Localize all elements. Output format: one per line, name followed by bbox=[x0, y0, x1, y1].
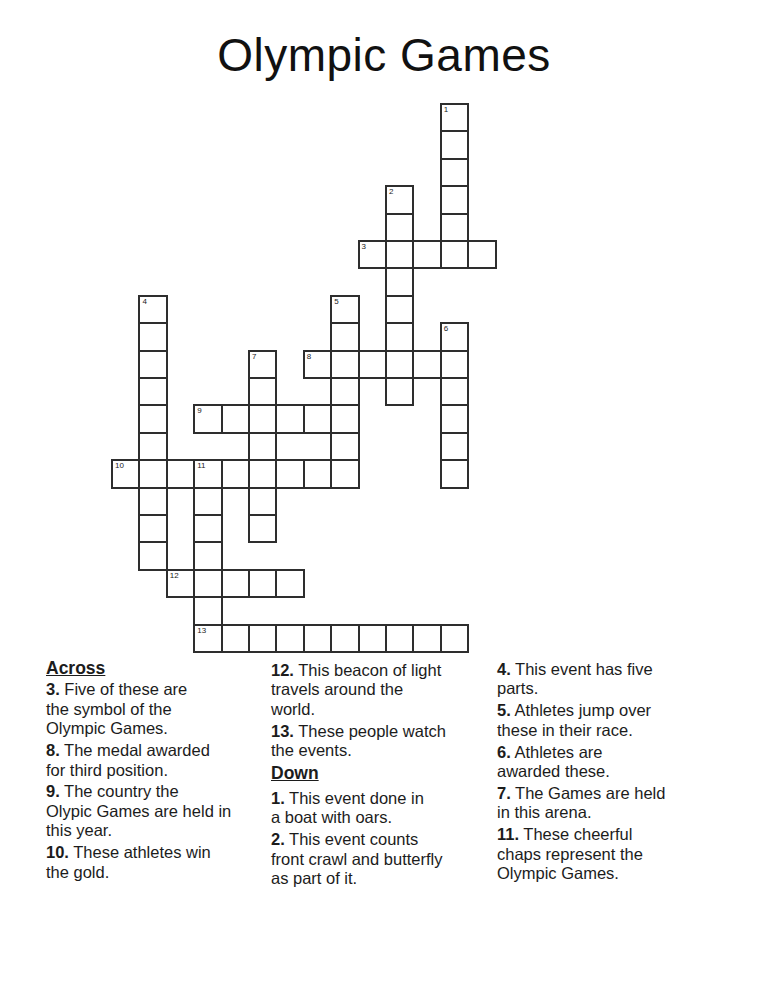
grid-cell-r4c10[interactable] bbox=[385, 213, 414, 242]
down-header: Down bbox=[271, 764, 521, 783]
cell-number-10: 10 bbox=[115, 461, 124, 470]
grid-cell-r7c1[interactable]: 4 bbox=[138, 295, 167, 324]
grid-cell-r2c12[interactable] bbox=[440, 158, 469, 187]
grid-cell-r3c12[interactable] bbox=[440, 185, 469, 214]
grid-cell-r9c10[interactable] bbox=[385, 350, 414, 379]
clue-down-7-number: 7. bbox=[497, 784, 511, 802]
grid-cell-r3c10[interactable]: 2 bbox=[385, 185, 414, 214]
grid-cell-r11c1[interactable] bbox=[138, 404, 167, 433]
clue-down-11: 11. These cheerful chaps represent the O… bbox=[497, 825, 747, 883]
grid-cell-r0c12[interactable]: 1 bbox=[440, 103, 469, 132]
grid-cell-r15c3[interactable] bbox=[193, 514, 222, 543]
grid-cell-r10c5[interactable] bbox=[248, 377, 277, 406]
grid-cell-r17c5[interactable] bbox=[248, 569, 277, 598]
grid-cell-r10c10[interactable] bbox=[385, 377, 414, 406]
grid-cell-r10c12[interactable] bbox=[440, 377, 469, 406]
grid-cell-r9c12[interactable] bbox=[440, 350, 469, 379]
clue-column-down: 4. This event has five parts.5. Athletes… bbox=[497, 660, 747, 886]
grid-cell-r13c3[interactable]: 11 bbox=[193, 459, 222, 488]
grid-cell-r11c6[interactable] bbox=[275, 404, 304, 433]
grid-cell-r12c12[interactable] bbox=[440, 432, 469, 461]
clue-across-10-number: 10. bbox=[46, 843, 69, 861]
across-header: Across bbox=[46, 659, 296, 678]
grid-cell-r7c10[interactable] bbox=[385, 295, 414, 324]
grid-cell-r13c4[interactable] bbox=[221, 459, 250, 488]
grid-cell-r14c5[interactable] bbox=[248, 487, 277, 516]
grid-cell-r5c13[interactable] bbox=[467, 240, 496, 269]
grid-cell-r12c5[interactable] bbox=[248, 432, 277, 461]
grid-cell-r13c12[interactable] bbox=[440, 459, 469, 488]
clue-across-9: 9. The country the Olypic Games are held… bbox=[46, 782, 296, 840]
grid-cell-r9c5[interactable]: 7 bbox=[248, 350, 277, 379]
grid-cell-r6c10[interactable] bbox=[385, 267, 414, 296]
clue-across-10: 10. These athletes win the gold. bbox=[46, 843, 296, 882]
grid-cell-r12c8[interactable] bbox=[330, 432, 359, 461]
grid-cell-r15c5[interactable] bbox=[248, 514, 277, 543]
cell-number-3: 3 bbox=[362, 242, 366, 251]
clue-across-3-number: 3. bbox=[46, 680, 60, 698]
grid-cell-r11c4[interactable] bbox=[221, 404, 250, 433]
grid-cell-r13c6[interactable] bbox=[275, 459, 304, 488]
grid-cell-r13c1[interactable] bbox=[138, 459, 167, 488]
clue-down-1-number: 1. bbox=[271, 789, 285, 807]
grid-cell-r17c4[interactable] bbox=[221, 569, 250, 598]
grid-cell-r1c12[interactable] bbox=[440, 130, 469, 159]
cell-number-5: 5 bbox=[334, 297, 338, 306]
grid-cell-r17c3[interactable] bbox=[193, 569, 222, 598]
clue-down-5-number: 5. bbox=[497, 701, 511, 719]
grid-cell-r9c8[interactable] bbox=[330, 350, 359, 379]
grid-cell-r19c12[interactable] bbox=[440, 624, 469, 653]
grid-cell-r13c5[interactable] bbox=[248, 459, 277, 488]
clue-across-3: 3. Five of these are the symbol of the O… bbox=[46, 680, 296, 738]
clue-down-6: 6. Athletes are awarded these. bbox=[497, 743, 747, 782]
clue-down-4: 4. This event has five parts. bbox=[497, 660, 747, 699]
clue-across-12-number: 12. bbox=[271, 661, 294, 679]
grid-cell-r19c3[interactable]: 13 bbox=[193, 624, 222, 653]
cell-number-11: 11 bbox=[197, 461, 205, 470]
grid-cell-r10c1[interactable] bbox=[138, 377, 167, 406]
grid-cell-r16c3[interactable] bbox=[193, 541, 222, 570]
grid-cell-r10c8[interactable] bbox=[330, 377, 359, 406]
grid-cell-r13c0[interactable]: 10 bbox=[111, 459, 140, 488]
grid-cell-r19c5[interactable] bbox=[248, 624, 277, 653]
grid-cell-r19c11[interactable] bbox=[412, 624, 441, 653]
grid-cell-r8c12[interactable]: 6 bbox=[440, 322, 469, 351]
clue-across-13: 13. These people watch the events. bbox=[271, 722, 521, 761]
clue-across-8-number: 8. bbox=[46, 741, 60, 759]
grid-cell-r8c8[interactable] bbox=[330, 322, 359, 351]
grid-cell-r12c1[interactable] bbox=[138, 432, 167, 461]
grid-cell-r19c10[interactable] bbox=[385, 624, 414, 653]
grid-cell-r5c9[interactable]: 3 bbox=[358, 240, 387, 269]
clue-down-11-number: 11. bbox=[497, 825, 519, 843]
grid-cell-r5c12[interactable] bbox=[440, 240, 469, 269]
grid-cell-r11c7[interactable] bbox=[303, 404, 332, 433]
grid-cell-r18c3[interactable] bbox=[193, 596, 222, 625]
clue-down-5: 5. Athletes jump over these in their rac… bbox=[497, 701, 747, 740]
cell-number-1: 1 bbox=[444, 105, 448, 114]
page-title: Olympic Games bbox=[0, 30, 768, 80]
grid-cell-r11c5[interactable] bbox=[248, 404, 277, 433]
grid-cell-r5c11[interactable] bbox=[412, 240, 441, 269]
clue-across-13-number: 13. bbox=[271, 722, 294, 740]
cell-number-4: 4 bbox=[142, 297, 146, 306]
grid-cell-r16c1[interactable] bbox=[138, 541, 167, 570]
clue-across-8: 8. The medal awarded for third position. bbox=[46, 741, 296, 780]
cell-number-12: 12 bbox=[170, 571, 179, 580]
grid-cell-r8c1[interactable] bbox=[138, 322, 167, 351]
clue-across-9-number: 9. bbox=[46, 782, 60, 800]
cell-number-6: 6 bbox=[444, 324, 448, 333]
grid-cell-r11c8[interactable] bbox=[330, 404, 359, 433]
grid-cell-r14c1[interactable] bbox=[138, 487, 167, 516]
grid-cell-r9c1[interactable] bbox=[138, 350, 167, 379]
crossword-page: { "game": "crossword", "title": "Olympic… bbox=[0, 0, 768, 994]
grid-cell-r13c8[interactable] bbox=[330, 459, 359, 488]
cell-number-9: 9 bbox=[197, 406, 201, 415]
grid-cell-r8c10[interactable] bbox=[385, 322, 414, 351]
clue-down-2-number: 2. bbox=[271, 830, 285, 848]
clue-down-4-number: 4. bbox=[497, 660, 511, 678]
grid-cell-r13c2[interactable] bbox=[166, 459, 195, 488]
clue-down-2: 2. This event counts front crawl and but… bbox=[271, 830, 521, 888]
clue-column-middle: 12. This beacon of light travels around … bbox=[271, 661, 521, 891]
cell-number-13: 13 bbox=[197, 626, 206, 635]
grid-cell-r19c9[interactable] bbox=[358, 624, 387, 653]
grid-cell-r19c8[interactable] bbox=[330, 624, 359, 653]
grid-cell-r19c7[interactable] bbox=[303, 624, 332, 653]
grid-cell-r17c6[interactable] bbox=[275, 569, 304, 598]
clue-down-1: 1. This event done in a boat with oars. bbox=[271, 789, 521, 828]
grid-cell-r5c10[interactable] bbox=[385, 240, 414, 269]
grid-cell-r9c7[interactable]: 8 bbox=[303, 350, 332, 379]
cell-number-8: 8 bbox=[307, 352, 311, 361]
clue-down-6-number: 6. bbox=[497, 743, 511, 761]
grid-cell-r4c12[interactable] bbox=[440, 213, 469, 242]
clue-column-across: Across3. Five of these are the symbol of… bbox=[46, 659, 296, 884]
grid-cell-r9c11[interactable] bbox=[412, 350, 441, 379]
grid-cell-r11c3[interactable]: 9 bbox=[193, 404, 222, 433]
grid-cell-r15c1[interactable] bbox=[138, 514, 167, 543]
cell-number-7: 7 bbox=[252, 352, 256, 361]
crossword-grid: 12345678910111213 bbox=[111, 103, 499, 655]
grid-cell-r19c6[interactable] bbox=[275, 624, 304, 653]
grid-cell-r11c12[interactable] bbox=[440, 404, 469, 433]
grid-cell-r7c8[interactable]: 5 bbox=[330, 295, 359, 324]
grid-cell-r19c4[interactable] bbox=[221, 624, 250, 653]
clue-across-12: 12. This beacon of light travels around … bbox=[271, 661, 521, 719]
grid-cell-r9c9[interactable] bbox=[358, 350, 387, 379]
clue-down-7: 7. The Games are held in this arena. bbox=[497, 784, 747, 823]
grid-cell-r14c3[interactable] bbox=[193, 487, 222, 516]
grid-cell-r17c2[interactable]: 12 bbox=[166, 569, 195, 598]
grid-cell-r13c7[interactable] bbox=[303, 459, 332, 488]
cell-number-2: 2 bbox=[389, 187, 393, 196]
